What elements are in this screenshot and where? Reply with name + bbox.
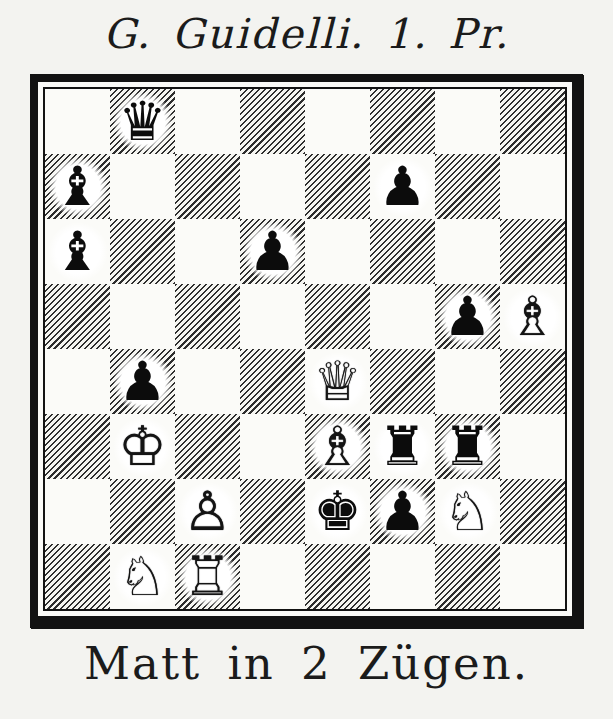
board: ♛♝♟♝♟♟♗♟♕♔♗♜♜♙♚♟♘♘♖ <box>43 87 567 611</box>
black-bishop-piece: ♝ <box>48 222 108 282</box>
square-c2[interactable]: ♙ <box>175 479 240 544</box>
square-a1[interactable] <box>45 544 110 609</box>
square-a6[interactable]: ♝ <box>45 219 110 284</box>
square-g3[interactable]: ♜ <box>435 414 500 479</box>
black-rook-piece: ♜ <box>438 417 498 477</box>
square-a5[interactable] <box>45 284 110 349</box>
white-bishop-piece: ♗ <box>503 287 563 347</box>
square-g5[interactable]: ♟ <box>435 284 500 349</box>
white-king-piece: ♔ <box>113 417 173 477</box>
square-b4[interactable]: ♟ <box>110 349 175 414</box>
square-e6[interactable] <box>305 219 370 284</box>
square-d6[interactable]: ♟ <box>240 219 305 284</box>
square-d2[interactable] <box>240 479 305 544</box>
square-g7[interactable] <box>435 154 500 219</box>
square-f6[interactable] <box>370 219 435 284</box>
square-e7[interactable] <box>305 154 370 219</box>
black-pawn-piece: ♟ <box>373 482 433 542</box>
square-d3[interactable] <box>240 414 305 479</box>
square-b8[interactable]: ♛ <box>110 89 175 154</box>
square-h3[interactable] <box>500 414 565 479</box>
square-h2[interactable] <box>500 479 565 544</box>
black-bishop-piece: ♝ <box>48 157 108 217</box>
square-c5[interactable] <box>175 284 240 349</box>
black-king-piece: ♚ <box>308 482 368 542</box>
square-a2[interactable] <box>45 479 110 544</box>
black-pawn-piece: ♟ <box>243 222 303 282</box>
square-f7[interactable]: ♟ <box>370 154 435 219</box>
square-c6[interactable] <box>175 219 240 284</box>
square-c7[interactable] <box>175 154 240 219</box>
square-e8[interactable] <box>305 89 370 154</box>
black-rook-piece: ♜ <box>373 417 433 477</box>
square-f8[interactable] <box>370 89 435 154</box>
board-frame: ♛♝♟♝♟♟♗♟♕♔♗♜♜♙♚♟♘♘♖ <box>30 74 583 628</box>
square-c1[interactable]: ♖ <box>175 544 240 609</box>
square-h4[interactable] <box>500 349 565 414</box>
square-e1[interactable] <box>305 544 370 609</box>
square-g2[interactable]: ♘ <box>435 479 500 544</box>
black-queen-piece: ♛ <box>113 92 173 152</box>
square-d8[interactable] <box>240 89 305 154</box>
stipulation-caption: Matt in 2 Zügen. <box>84 637 529 690</box>
square-f3[interactable]: ♜ <box>370 414 435 479</box>
square-e4[interactable]: ♕ <box>305 349 370 414</box>
white-rook-piece: ♖ <box>178 547 238 607</box>
square-d5[interactable] <box>240 284 305 349</box>
square-b7[interactable] <box>110 154 175 219</box>
white-knight-piece: ♘ <box>113 547 173 607</box>
square-a3[interactable] <box>45 414 110 479</box>
square-h7[interactable] <box>500 154 565 219</box>
square-b6[interactable] <box>110 219 175 284</box>
square-d4[interactable] <box>240 349 305 414</box>
square-a7[interactable]: ♝ <box>45 154 110 219</box>
square-c4[interactable] <box>175 349 240 414</box>
square-g1[interactable] <box>435 544 500 609</box>
square-a8[interactable] <box>45 89 110 154</box>
square-b2[interactable] <box>110 479 175 544</box>
square-b1[interactable]: ♘ <box>110 544 175 609</box>
square-h6[interactable] <box>500 219 565 284</box>
square-f4[interactable] <box>370 349 435 414</box>
white-bishop-piece: ♗ <box>308 417 368 477</box>
square-b3[interactable]: ♔ <box>110 414 175 479</box>
white-knight-piece: ♘ <box>438 482 498 542</box>
square-h5[interactable]: ♗ <box>500 284 565 349</box>
square-g6[interactable] <box>435 219 500 284</box>
square-h1[interactable] <box>500 544 565 609</box>
square-g8[interactable] <box>435 89 500 154</box>
black-pawn-piece: ♟ <box>438 287 498 347</box>
black-pawn-piece: ♟ <box>373 157 433 217</box>
square-a4[interactable] <box>45 349 110 414</box>
square-h8[interactable] <box>500 89 565 154</box>
black-pawn-piece: ♟ <box>113 352 173 412</box>
white-pawn-piece: ♙ <box>178 482 238 542</box>
square-b5[interactable] <box>110 284 175 349</box>
square-f1[interactable] <box>370 544 435 609</box>
square-e2[interactable]: ♚ <box>305 479 370 544</box>
square-g4[interactable] <box>435 349 500 414</box>
square-d1[interactable] <box>240 544 305 609</box>
page: G. Guidelli. 1. Pr. ♛♝♟♝♟♟♗♟♕♔♗♜♜♙♚♟♘♘♖ … <box>0 0 613 719</box>
square-c8[interactable] <box>175 89 240 154</box>
square-f5[interactable] <box>370 284 435 349</box>
square-e3[interactable]: ♗ <box>305 414 370 479</box>
square-c3[interactable] <box>175 414 240 479</box>
square-d7[interactable] <box>240 154 305 219</box>
problem-title: G. Guidelli. 1. Pr. <box>103 10 509 58</box>
white-queen-piece: ♕ <box>308 352 368 412</box>
square-f2[interactable]: ♟ <box>370 479 435 544</box>
square-e5[interactable] <box>305 284 370 349</box>
